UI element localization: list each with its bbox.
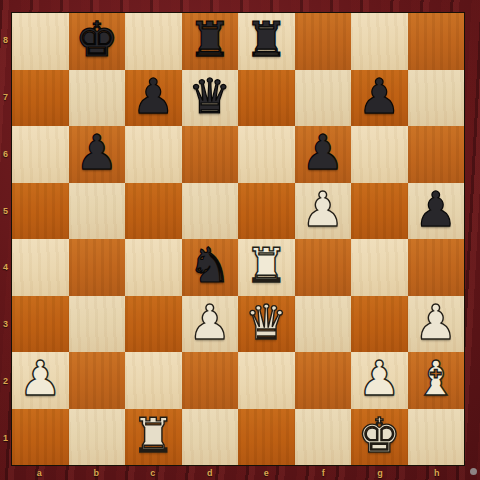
- square-b4[interactable]: [69, 239, 126, 296]
- square-c3[interactable]: [125, 296, 182, 353]
- piece-black-pawn-b6[interactable]: ♟: [75, 128, 118, 176]
- square-g4[interactable]: [351, 239, 408, 296]
- square-c2[interactable]: [125, 352, 182, 409]
- square-d4[interactable]: ♞: [182, 239, 239, 296]
- square-e8[interactable]: ♜: [238, 13, 295, 70]
- piece-white-queen-e3[interactable]: ♛: [245, 298, 288, 346]
- file-labels: abcdefgh: [11, 466, 465, 480]
- square-e1[interactable]: [238, 409, 295, 466]
- square-e2[interactable]: [238, 352, 295, 409]
- square-c4[interactable]: [125, 239, 182, 296]
- piece-black-king-b8[interactable]: ♚: [75, 15, 118, 63]
- square-f7[interactable]: [295, 70, 352, 127]
- square-e4[interactable]: ♜: [238, 239, 295, 296]
- piece-white-pawn-f5[interactable]: ♟: [301, 185, 344, 233]
- rank-label-2: 2: [0, 353, 11, 410]
- rank-labels: 87654321: [0, 12, 11, 466]
- square-g6[interactable]: [351, 126, 408, 183]
- square-h2[interactable]: ♝: [408, 352, 465, 409]
- file-label-g: g: [352, 466, 409, 480]
- square-b2[interactable]: [69, 352, 126, 409]
- square-h4[interactable]: [408, 239, 465, 296]
- piece-white-bishop-h2[interactable]: ♝: [414, 354, 457, 402]
- piece-black-queen-d7[interactable]: ♛: [188, 72, 231, 120]
- piece-black-pawn-c7[interactable]: ♟: [132, 72, 175, 120]
- square-h6[interactable]: [408, 126, 465, 183]
- square-a3[interactable]: [12, 296, 69, 353]
- piece-black-rook-d8[interactable]: ♜: [188, 15, 231, 63]
- square-d5[interactable]: [182, 183, 239, 240]
- rank-label-6: 6: [0, 126, 11, 183]
- rank-label-1: 1: [0, 409, 11, 466]
- square-e7[interactable]: [238, 70, 295, 127]
- square-b1[interactable]: [69, 409, 126, 466]
- square-f6[interactable]: ♟: [295, 126, 352, 183]
- file-label-b: b: [68, 466, 125, 480]
- square-g3[interactable]: [351, 296, 408, 353]
- square-a5[interactable]: [12, 183, 69, 240]
- file-label-h: h: [408, 466, 465, 480]
- chess-board-frame: 87654321 abcdefgh ♚♜♜♟♛♟♟♟♟♟♞♜♟♛♟♟♟♝♜♚: [0, 0, 480, 480]
- file-label-a: a: [11, 466, 68, 480]
- square-c5[interactable]: [125, 183, 182, 240]
- square-g5[interactable]: [351, 183, 408, 240]
- square-b3[interactable]: [69, 296, 126, 353]
- square-f2[interactable]: [295, 352, 352, 409]
- square-g7[interactable]: ♟: [351, 70, 408, 127]
- square-d2[interactable]: [182, 352, 239, 409]
- square-a1[interactable]: [12, 409, 69, 466]
- square-a7[interactable]: [12, 70, 69, 127]
- square-e3[interactable]: ♛: [238, 296, 295, 353]
- square-g2[interactable]: ♟: [351, 352, 408, 409]
- square-a4[interactable]: [12, 239, 69, 296]
- square-b6[interactable]: ♟: [69, 126, 126, 183]
- rank-label-5: 5: [0, 182, 11, 239]
- file-label-f: f: [295, 466, 352, 480]
- square-a8[interactable]: [12, 13, 69, 70]
- square-e6[interactable]: [238, 126, 295, 183]
- piece-white-rook-c1[interactable]: ♜: [132, 411, 175, 459]
- rank-label-3: 3: [0, 296, 11, 353]
- square-g8[interactable]: [351, 13, 408, 70]
- file-label-c: c: [125, 466, 182, 480]
- square-h3[interactable]: ♟: [408, 296, 465, 353]
- square-c8[interactable]: [125, 13, 182, 70]
- square-f8[interactable]: [295, 13, 352, 70]
- square-g1[interactable]: ♚: [351, 409, 408, 466]
- square-c7[interactable]: ♟: [125, 70, 182, 127]
- piece-white-pawn-h3[interactable]: ♟: [414, 298, 457, 346]
- square-d1[interactable]: [182, 409, 239, 466]
- square-a6[interactable]: [12, 126, 69, 183]
- square-d6[interactable]: [182, 126, 239, 183]
- square-f4[interactable]: [295, 239, 352, 296]
- rank-label-8: 8: [0, 12, 11, 69]
- corner-dot: [470, 468, 477, 475]
- piece-white-pawn-a2[interactable]: ♟: [19, 354, 62, 402]
- square-d3[interactable]: ♟: [182, 296, 239, 353]
- square-h5[interactable]: ♟: [408, 183, 465, 240]
- file-label-e: e: [238, 466, 295, 480]
- square-d7[interactable]: ♛: [182, 70, 239, 127]
- piece-black-rook-e8[interactable]: ♜: [245, 15, 288, 63]
- square-a2[interactable]: ♟: [12, 352, 69, 409]
- square-h8[interactable]: [408, 13, 465, 70]
- square-c1[interactable]: ♜: [125, 409, 182, 466]
- square-d8[interactable]: ♜: [182, 13, 239, 70]
- piece-black-pawn-g7[interactable]: ♟: [358, 72, 401, 120]
- file-label-d: d: [181, 466, 238, 480]
- rank-label-7: 7: [0, 69, 11, 126]
- piece-white-pawn-g2[interactable]: ♟: [358, 354, 401, 402]
- piece-black-pawn-f6[interactable]: ♟: [301, 128, 344, 176]
- square-b7[interactable]: [69, 70, 126, 127]
- piece-black-pawn-h5[interactable]: ♟: [414, 185, 457, 233]
- piece-white-king-g1[interactable]: ♚: [358, 411, 401, 459]
- square-e5[interactable]: [238, 183, 295, 240]
- chess-board: ♚♜♜♟♛♟♟♟♟♟♞♜♟♛♟♟♟♝♜♚: [11, 12, 465, 466]
- rank-label-4: 4: [0, 239, 11, 296]
- square-b5[interactable]: [69, 183, 126, 240]
- piece-white-rook-e4[interactable]: ♜: [245, 241, 288, 289]
- square-h1[interactable]: [408, 409, 465, 466]
- square-c6[interactable]: [125, 126, 182, 183]
- piece-white-pawn-d3[interactable]: ♟: [188, 298, 231, 346]
- square-b8[interactable]: ♚: [69, 13, 126, 70]
- square-f1[interactable]: [295, 409, 352, 466]
- square-h7[interactable]: [408, 70, 465, 127]
- square-f5[interactable]: ♟: [295, 183, 352, 240]
- square-f3[interactable]: [295, 296, 352, 353]
- piece-black-knight-d4[interactable]: ♞: [188, 241, 231, 289]
